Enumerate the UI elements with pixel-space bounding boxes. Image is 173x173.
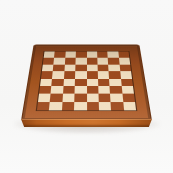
square-a2 <box>38 94 51 102</box>
square-a1 <box>37 102 50 111</box>
square-d7 <box>76 58 87 65</box>
square-g4 <box>109 79 121 86</box>
square-f3 <box>98 86 110 94</box>
square-b6 <box>53 64 65 71</box>
square-b3 <box>51 86 63 94</box>
square-c6 <box>64 64 75 71</box>
square-d3 <box>75 86 87 94</box>
square-h5 <box>120 71 132 78</box>
board-frame <box>21 45 152 121</box>
square-d6 <box>75 64 86 71</box>
square-g6 <box>108 64 120 71</box>
square-e2 <box>87 94 99 102</box>
square-f1 <box>99 102 112 111</box>
square-g5 <box>109 71 121 78</box>
square-c1 <box>62 102 75 111</box>
square-a7 <box>43 58 55 65</box>
square-h3 <box>121 86 134 94</box>
square-g7 <box>108 58 119 65</box>
board-grid <box>36 51 138 111</box>
square-e4 <box>87 79 99 86</box>
square-d4 <box>75 79 87 86</box>
square-c7 <box>65 58 76 65</box>
square-b1 <box>49 102 62 111</box>
chess-board <box>21 45 152 121</box>
square-h2 <box>122 94 135 102</box>
square-a3 <box>39 86 52 94</box>
square-h4 <box>121 79 133 86</box>
square-g1 <box>111 102 124 111</box>
square-g3 <box>110 86 122 94</box>
square-g2 <box>110 94 123 102</box>
square-a5 <box>41 71 53 78</box>
square-b4 <box>52 79 64 86</box>
square-b7 <box>54 58 65 65</box>
square-a6 <box>42 64 54 71</box>
square-d5 <box>75 71 86 78</box>
square-f6 <box>97 64 108 71</box>
square-b5 <box>52 71 64 78</box>
board-side-edge <box>21 119 152 127</box>
square-b2 <box>50 94 63 102</box>
square-c2 <box>62 94 74 102</box>
square-e3 <box>87 86 99 94</box>
square-e7 <box>87 58 98 65</box>
square-f2 <box>98 94 110 102</box>
square-h7 <box>119 58 131 65</box>
square-d2 <box>74 94 86 102</box>
square-d1 <box>74 102 86 111</box>
square-f4 <box>98 79 110 86</box>
square-f5 <box>98 71 110 78</box>
square-h1 <box>123 102 136 111</box>
product-photo-background <box>0 0 173 173</box>
square-f7 <box>97 58 108 65</box>
square-c4 <box>63 79 75 86</box>
square-h6 <box>119 64 131 71</box>
square-a4 <box>40 79 52 86</box>
square-e1 <box>87 102 99 111</box>
square-e6 <box>87 64 98 71</box>
square-e5 <box>87 71 98 78</box>
square-c5 <box>64 71 76 78</box>
square-c3 <box>63 86 75 94</box>
